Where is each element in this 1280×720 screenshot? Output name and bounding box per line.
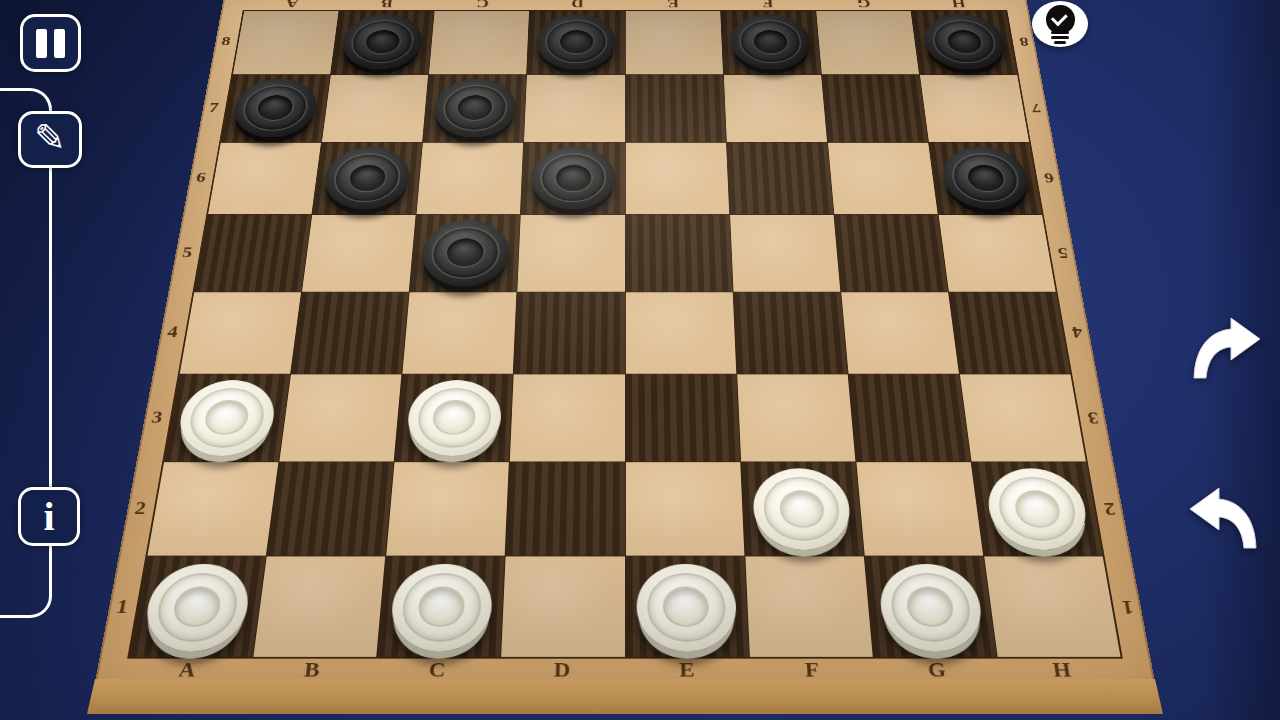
square-d1[interactable] bbox=[501, 556, 624, 657]
rank-label-left-2: 2 bbox=[133, 498, 149, 519]
rank-label-left-6: 6 bbox=[195, 170, 208, 186]
square-h4[interactable] bbox=[949, 292, 1070, 373]
square-a4[interactable] bbox=[180, 292, 301, 373]
square-d5[interactable] bbox=[518, 215, 625, 291]
square-g3[interactable] bbox=[848, 374, 970, 461]
square-c6[interactable] bbox=[417, 143, 524, 215]
rank-label-left-4: 4 bbox=[166, 323, 180, 341]
square-b2[interactable] bbox=[267, 462, 394, 555]
file-label-top-d: D bbox=[571, 0, 585, 10]
square-d2[interactable] bbox=[506, 462, 625, 555]
square-e5[interactable] bbox=[625, 215, 732, 291]
square-a2[interactable] bbox=[147, 462, 278, 555]
file-label-bottom-b: B bbox=[303, 659, 322, 682]
square-g7[interactable] bbox=[822, 75, 928, 142]
square-f4[interactable] bbox=[733, 292, 847, 373]
file-label-bottom-d: D bbox=[553, 659, 571, 682]
check-icon bbox=[1051, 9, 1068, 26]
hint-button[interactable] bbox=[1032, 1, 1088, 47]
square-e7[interactable] bbox=[625, 75, 725, 142]
square-h7[interactable] bbox=[920, 75, 1029, 142]
square-g4[interactable] bbox=[841, 292, 959, 373]
black-checker-d8[interactable] bbox=[536, 14, 616, 69]
square-e3[interactable] bbox=[625, 374, 739, 461]
rank-label-left-3: 3 bbox=[150, 408, 165, 427]
square-b5[interactable] bbox=[302, 215, 416, 291]
file-label-top-g: G bbox=[855, 0, 871, 10]
square-e4[interactable] bbox=[625, 292, 736, 373]
rank-label-right-6: 6 bbox=[1042, 170, 1055, 186]
edit-button[interactable]: ✎ bbox=[18, 111, 82, 168]
square-e6[interactable] bbox=[625, 143, 729, 215]
file-label-bottom-c: C bbox=[428, 659, 447, 682]
square-g6[interactable] bbox=[828, 143, 938, 215]
board-front-edge bbox=[87, 679, 1163, 714]
info-icon: i bbox=[43, 497, 54, 537]
rank-label-right-5: 5 bbox=[1055, 244, 1069, 261]
square-f3[interactable] bbox=[737, 374, 855, 461]
checkers-game-scene: AABBCCDDEEFFGGHH8877665544332211 ✎ i bbox=[0, 0, 1280, 720]
square-e2[interactable] bbox=[625, 462, 744, 555]
rank-label-right-2: 2 bbox=[1102, 498, 1118, 519]
square-b1[interactable] bbox=[253, 556, 385, 657]
square-g5[interactable] bbox=[834, 215, 948, 291]
file-label-top-f: F bbox=[762, 0, 774, 10]
square-f6[interactable] bbox=[727, 143, 834, 215]
rank-label-left-5: 5 bbox=[181, 244, 195, 261]
info-button[interactable]: i bbox=[18, 487, 80, 546]
square-d4[interactable] bbox=[514, 292, 625, 373]
square-b4[interactable] bbox=[291, 292, 409, 373]
file-label-bottom-f: F bbox=[804, 659, 821, 682]
rank-label-right-4: 4 bbox=[1070, 323, 1084, 341]
checkers-board: AABBCCDDEEFFGGHH8877665544332211 bbox=[95, 0, 1155, 682]
square-c4[interactable] bbox=[403, 292, 517, 373]
rank-label-right-1: 1 bbox=[1119, 596, 1135, 618]
file-label-bottom-a: A bbox=[177, 659, 198, 682]
square-h5[interactable] bbox=[939, 215, 1056, 291]
square-f1[interactable] bbox=[745, 556, 873, 657]
square-d3[interactable] bbox=[510, 374, 624, 461]
pause-icon bbox=[36, 29, 47, 58]
undo-button[interactable] bbox=[1186, 486, 1262, 552]
black-checker-d6[interactable] bbox=[530, 147, 615, 209]
file-label-top-a: A bbox=[284, 0, 299, 10]
board-wooden-frame: AABBCCDDEEFFGGHH8877665544332211 bbox=[95, 0, 1155, 682]
square-a8[interactable] bbox=[233, 11, 339, 74]
square-g8[interactable] bbox=[816, 11, 919, 74]
square-h3[interactable] bbox=[960, 374, 1086, 461]
file-label-top-b: B bbox=[380, 0, 394, 10]
redo-arrow-icon bbox=[1188, 316, 1264, 382]
pause-button[interactable] bbox=[20, 14, 81, 72]
square-g2[interactable] bbox=[856, 462, 983, 555]
square-b7[interactable] bbox=[322, 75, 428, 142]
file-label-top-c: C bbox=[475, 0, 489, 10]
square-d7[interactable] bbox=[524, 75, 624, 142]
square-b3[interactable] bbox=[280, 374, 402, 461]
file-label-bottom-g: G bbox=[927, 659, 948, 682]
lightbulb-icon bbox=[1046, 5, 1075, 34]
square-e8[interactable] bbox=[625, 11, 722, 74]
rank-label-left-7: 7 bbox=[208, 100, 221, 115]
file-label-top-e: E bbox=[666, 0, 679, 10]
rank-label-left-1: 1 bbox=[115, 596, 131, 618]
square-h1[interactable] bbox=[984, 556, 1120, 657]
rank-label-right-7: 7 bbox=[1029, 100, 1042, 115]
rank-label-right-8: 8 bbox=[1018, 35, 1030, 49]
undo-arrow-icon bbox=[1186, 486, 1262, 552]
square-c8[interactable] bbox=[429, 11, 529, 74]
rank-label-right-3: 3 bbox=[1085, 408, 1100, 427]
square-c2[interactable] bbox=[386, 462, 509, 555]
square-a5[interactable] bbox=[194, 215, 311, 291]
rank-label-left-8: 8 bbox=[220, 35, 232, 49]
pencil-icon: ✎ bbox=[34, 119, 66, 157]
square-a6[interactable] bbox=[208, 143, 321, 215]
redo-button[interactable] bbox=[1188, 316, 1264, 382]
file-label-bottom-h: H bbox=[1051, 659, 1073, 682]
square-f5[interactable] bbox=[730, 215, 840, 291]
square-f7[interactable] bbox=[724, 75, 827, 142]
file-label-top-h: H bbox=[950, 0, 966, 10]
file-label-bottom-e: E bbox=[679, 659, 696, 682]
